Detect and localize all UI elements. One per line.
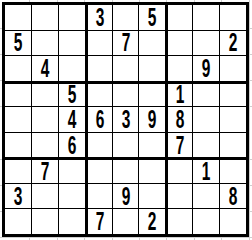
given-digit: 9 <box>121 184 130 209</box>
sudoku-cell-r3c3[interactable] <box>59 56 85 81</box>
sudoku-cell-r1c6: 5 <box>139 5 165 30</box>
sudoku-cell-r6c1[interactable] <box>5 133 31 158</box>
sudoku-cell-r5c7: 8 <box>166 107 192 132</box>
given-digit: 4 <box>41 56 50 81</box>
sudoku-cell-r2c5: 7 <box>113 31 139 56</box>
sudoku-cell-r4c1[interactable] <box>5 82 31 107</box>
given-digit: 1 <box>202 159 211 183</box>
sudoku-cell-r2c6[interactable] <box>139 31 165 56</box>
sudoku-cell-r6c6[interactable] <box>139 133 165 158</box>
sudoku-cell-r2c3[interactable] <box>59 31 85 56</box>
sudoku-cell-r9c6: 2 <box>139 209 165 234</box>
given-digit: 7 <box>176 133 185 158</box>
sudoku-cell-r8c1: 3 <box>5 184 31 209</box>
given-digit: 3 <box>14 184 23 209</box>
given-digit: 1 <box>176 82 185 106</box>
sudoku-cell-r9c9[interactable] <box>220 209 246 234</box>
sudoku-board: 35572495146398677139872 <box>2 2 249 237</box>
sudoku-cell-r8c9: 8 <box>220 184 246 209</box>
sudoku-cell-r7c5[interactable] <box>113 158 139 183</box>
given-digit: 5 <box>148 5 157 30</box>
sudoku-cell-r4c8[interactable] <box>193 82 219 107</box>
sudoku-cell-r5c8[interactable] <box>193 107 219 132</box>
given-digit: 2 <box>148 209 157 234</box>
sudoku-cell-r8c4[interactable] <box>86 184 112 209</box>
given-digit: 2 <box>229 31 238 56</box>
sudoku-cell-r6c4[interactable] <box>86 133 112 158</box>
sudoku-cell-r6c8[interactable] <box>193 133 219 158</box>
sudoku-cell-r3c7[interactable] <box>166 56 192 81</box>
sudoku-cell-r9c1[interactable] <box>5 209 31 234</box>
sudoku-cell-r8c5: 9 <box>113 184 139 209</box>
given-digit: 3 <box>121 107 130 132</box>
sudoku-cell-r9c8[interactable] <box>193 209 219 234</box>
sudoku-cell-r5c1[interactable] <box>5 107 31 132</box>
sudoku-cell-r4c3: 5 <box>59 82 85 107</box>
given-digit: 6 <box>67 133 76 158</box>
sudoku-cell-r1c3[interactable] <box>59 5 85 30</box>
sudoku-cell-r1c2[interactable] <box>32 5 58 30</box>
given-digit: 6 <box>95 107 104 132</box>
sudoku-cell-r3c6[interactable] <box>139 56 165 81</box>
sudoku-cell-r7c2: 7 <box>32 158 58 183</box>
sudoku-cell-r7c7[interactable] <box>166 158 192 183</box>
sudoku-cell-r9c4: 7 <box>86 209 112 234</box>
sudoku-cell-r9c7[interactable] <box>166 209 192 234</box>
sudoku-cell-r2c8[interactable] <box>193 31 219 56</box>
given-digit: 3 <box>95 5 104 30</box>
sudoku-cell-r6c7: 7 <box>166 133 192 158</box>
sudoku-cell-r4c5[interactable] <box>113 82 139 107</box>
sudoku-cell-r1c7[interactable] <box>166 5 192 30</box>
sudoku-cell-r8c3[interactable] <box>59 184 85 209</box>
sudoku-cell-r4c7: 1 <box>166 82 192 107</box>
sudoku-cell-r5c5: 3 <box>113 107 139 132</box>
given-digit: 8 <box>176 107 185 132</box>
sudoku-cell-r1c4: 3 <box>86 5 112 30</box>
sudoku-cell-r5c2[interactable] <box>32 107 58 132</box>
sudoku-cell-r8c2[interactable] <box>32 184 58 209</box>
sudoku-cell-r6c5[interactable] <box>113 133 139 158</box>
sudoku-cell-r1c5[interactable] <box>113 5 139 30</box>
sudoku-cell-r8c6[interactable] <box>139 184 165 209</box>
given-digit: 5 <box>67 82 76 106</box>
sudoku-cell-r4c4[interactable] <box>86 82 112 107</box>
sudoku-cell-r9c3[interactable] <box>59 209 85 234</box>
given-digit: 4 <box>67 107 76 132</box>
sudoku-cell-r7c4[interactable] <box>86 158 112 183</box>
sudoku-cell-r5c6: 9 <box>139 107 165 132</box>
sudoku-cell-r7c8: 1 <box>193 158 219 183</box>
given-digit: 9 <box>202 56 211 81</box>
sudoku-cell-r6c9[interactable] <box>220 133 246 158</box>
given-digit: 8 <box>229 184 238 209</box>
given-digit: 7 <box>121 31 130 56</box>
sudoku-cell-r3c4[interactable] <box>86 56 112 81</box>
given-digit: 7 <box>95 209 104 234</box>
sudoku-cell-r6c2[interactable] <box>32 133 58 158</box>
sudoku-cell-r1c8[interactable] <box>193 5 219 30</box>
sudoku-cell-r2c1: 5 <box>5 31 31 56</box>
sudoku-cell-r3c9[interactable] <box>220 56 246 81</box>
sudoku-cell-r2c7[interactable] <box>166 31 192 56</box>
sudoku-cell-r5c9[interactable] <box>220 107 246 132</box>
sudoku-cell-r3c2: 4 <box>32 56 58 81</box>
sudoku-cell-r4c9[interactable] <box>220 82 246 107</box>
sudoku-cell-r2c4[interactable] <box>86 31 112 56</box>
sudoku-cell-r8c7[interactable] <box>166 184 192 209</box>
sudoku-cell-r3c1[interactable] <box>5 56 31 81</box>
sudoku-cell-r7c6[interactable] <box>139 158 165 183</box>
sudoku-cell-r2c2[interactable] <box>32 31 58 56</box>
spreadsheet-background: 35572495146398677139872 <box>0 0 252 240</box>
sudoku-cell-r1c9[interactable] <box>220 5 246 30</box>
sudoku-cell-r3c8: 9 <box>193 56 219 81</box>
sudoku-cell-r2c9: 2 <box>220 31 246 56</box>
sudoku-cell-r7c9[interactable] <box>220 158 246 183</box>
sudoku-cell-r5c4: 6 <box>86 107 112 132</box>
sudoku-cell-r7c1[interactable] <box>5 158 31 183</box>
sudoku-cell-r4c2[interactable] <box>32 82 58 107</box>
sudoku-cell-r5c3: 4 <box>59 107 85 132</box>
sudoku-cell-r7c3[interactable] <box>59 158 85 183</box>
sudoku-cell-r4c6[interactable] <box>139 82 165 107</box>
given-digit: 9 <box>148 107 157 132</box>
sudoku-cell-r6c3: 6 <box>59 133 85 158</box>
sudoku-cell-r9c2[interactable] <box>32 209 58 234</box>
given-digit: 5 <box>14 31 23 56</box>
given-digit: 7 <box>41 159 50 183</box>
sudoku-cell-r9c5[interactable] <box>113 209 139 234</box>
sudoku-cell-r1c1[interactable] <box>5 5 31 30</box>
sudoku-cell-r8c8[interactable] <box>193 184 219 209</box>
sudoku-cell-r3c5[interactable] <box>113 56 139 81</box>
